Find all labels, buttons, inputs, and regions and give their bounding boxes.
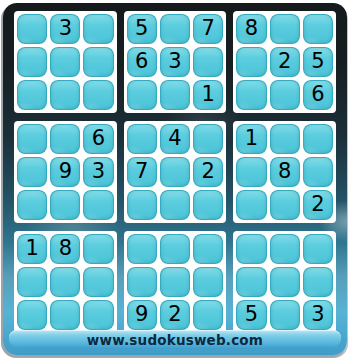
given-digit: 1 — [25, 238, 38, 259]
given-digit: 2 — [168, 304, 181, 325]
box-r2c1: 693 — [14, 121, 117, 223]
given-digit: 3 — [92, 161, 105, 182]
cell-r1c1[interactable] — [17, 14, 47, 44]
cell-r4c7[interactable]: 1 — [236, 124, 266, 154]
cell-r3c6[interactable]: 1 — [193, 80, 223, 110]
cell-r4c1[interactable] — [17, 124, 47, 154]
box-r1c2: 57631 — [124, 11, 227, 113]
cell-r6c1[interactable] — [17, 190, 47, 220]
given-digit: 5 — [311, 51, 324, 72]
cell-r8c3[interactable] — [83, 267, 113, 297]
cell-r1c6[interactable]: 7 — [193, 14, 223, 44]
cell-r2c8[interactable]: 2 — [270, 47, 300, 77]
given-digit: 9 — [135, 304, 148, 325]
box-r3c3: 53 — [233, 231, 336, 333]
cell-r6c5[interactable] — [160, 190, 190, 220]
cell-r2c1[interactable] — [17, 47, 47, 77]
given-digit: 2 — [278, 51, 291, 72]
cell-r9c8[interactable] — [270, 300, 300, 330]
cell-r6c6[interactable] — [193, 190, 223, 220]
given-digit: 3 — [168, 51, 181, 72]
cell-r9c6[interactable] — [193, 300, 223, 330]
cell-r9c7[interactable]: 5 — [236, 300, 266, 330]
cell-r2c4[interactable]: 6 — [127, 47, 157, 77]
cell-r1c2[interactable]: 3 — [50, 14, 80, 44]
cell-r2c7[interactable] — [236, 47, 266, 77]
cell-r8c1[interactable] — [17, 267, 47, 297]
given-digit: 7 — [202, 18, 215, 39]
box-r2c3: 182 — [233, 121, 336, 223]
cell-r5c2[interactable]: 9 — [50, 157, 80, 187]
cell-r5c9[interactable] — [303, 157, 333, 187]
given-digit: 1 — [245, 128, 258, 149]
cell-r9c3[interactable] — [83, 300, 113, 330]
cell-r5c3[interactable]: 3 — [83, 157, 113, 187]
cell-r4c6[interactable] — [193, 124, 223, 154]
given-digit: 7 — [135, 161, 148, 182]
cell-r3c2[interactable] — [50, 80, 80, 110]
box-r1c3: 8256 — [233, 11, 336, 113]
given-digit: 8 — [59, 238, 72, 259]
cell-r3c3[interactable] — [83, 80, 113, 110]
box-r1c1: 3 — [14, 11, 117, 113]
sudoku-board: 3576318256693472182189253 — [3, 3, 347, 333]
cell-r2c5[interactable]: 3 — [160, 47, 190, 77]
cell-r7c2[interactable]: 8 — [50, 234, 80, 264]
given-digit: 8 — [278, 161, 291, 182]
cell-r6c7[interactable] — [236, 190, 266, 220]
cell-r6c3[interactable] — [83, 190, 113, 220]
given-digit: 6 — [92, 128, 105, 149]
box-r2c2: 472 — [124, 121, 227, 223]
cell-r5c4[interactable]: 7 — [127, 157, 157, 187]
cell-r3c8[interactable] — [270, 80, 300, 110]
cell-r8c7[interactable] — [236, 267, 266, 297]
cell-r3c1[interactable] — [17, 80, 47, 110]
cell-r8c8[interactable] — [270, 267, 300, 297]
cell-r3c7[interactable] — [236, 80, 266, 110]
cell-r7c1[interactable]: 1 — [17, 234, 47, 264]
cell-r5c8[interactable]: 8 — [270, 157, 300, 187]
cell-r4c8[interactable] — [270, 124, 300, 154]
cell-r8c2[interactable] — [50, 267, 80, 297]
given-digit: 2 — [311, 194, 324, 215]
cell-r6c8[interactable] — [270, 190, 300, 220]
cell-r1c9[interactable] — [303, 14, 333, 44]
cell-r7c7[interactable] — [236, 234, 266, 264]
cell-r4c9[interactable] — [303, 124, 333, 154]
cell-r5c1[interactable] — [17, 157, 47, 187]
cell-r9c1[interactable] — [17, 300, 47, 330]
site-footer-link[interactable]: www.sudokusweb.com — [9, 330, 341, 349]
cell-r1c4[interactable]: 5 — [127, 14, 157, 44]
cell-r7c8[interactable] — [270, 234, 300, 264]
cell-r5c6[interactable]: 2 — [193, 157, 223, 187]
cell-r7c6[interactable] — [193, 234, 223, 264]
cell-r2c3[interactable] — [83, 47, 113, 77]
given-digit: 5 — [135, 18, 148, 39]
cell-r3c5[interactable] — [160, 80, 190, 110]
given-digit: 1 — [202, 84, 215, 105]
cell-r4c5[interactable]: 4 — [160, 124, 190, 154]
cell-r6c9[interactable]: 2 — [303, 190, 333, 220]
cell-r1c8[interactable] — [270, 14, 300, 44]
given-digit: 6 — [311, 84, 324, 105]
given-digit: 2 — [202, 161, 215, 182]
cell-r8c4[interactable] — [127, 267, 157, 297]
sudoku-widget: 3576318256693472182189253 www.sudokusweb… — [3, 3, 347, 355]
cell-r1c7[interactable]: 8 — [236, 14, 266, 44]
cell-r8c9[interactable] — [303, 267, 333, 297]
cell-r7c9[interactable] — [303, 234, 333, 264]
box-r3c2: 92 — [124, 231, 227, 333]
cell-r9c2[interactable] — [50, 300, 80, 330]
cell-r7c3[interactable] — [83, 234, 113, 264]
cell-r7c5[interactable] — [160, 234, 190, 264]
given-digit: 4 — [168, 128, 181, 149]
given-digit: 3 — [311, 304, 324, 325]
cell-r5c7[interactable] — [236, 157, 266, 187]
cell-r4c4[interactable] — [127, 124, 157, 154]
cell-r2c6[interactable] — [193, 47, 223, 77]
cell-r9c9[interactable]: 3 — [303, 300, 333, 330]
given-digit: 3 — [59, 18, 72, 39]
cell-r1c5[interactable] — [160, 14, 190, 44]
cell-r9c4[interactable]: 9 — [127, 300, 157, 330]
given-digit: 9 — [59, 161, 72, 182]
cell-r4c3[interactable]: 6 — [83, 124, 113, 154]
cell-r8c6[interactable] — [193, 267, 223, 297]
cell-r8c5[interactable] — [160, 267, 190, 297]
cell-r9c5[interactable]: 2 — [160, 300, 190, 330]
cell-r5c5[interactable] — [160, 157, 190, 187]
cell-r2c2[interactable] — [50, 47, 80, 77]
cell-r3c9[interactable]: 6 — [303, 80, 333, 110]
given-digit: 8 — [245, 18, 258, 39]
given-digit: 6 — [135, 51, 148, 72]
cell-r7c4[interactable] — [127, 234, 157, 264]
cell-r3c4[interactable] — [127, 80, 157, 110]
cell-r1c3[interactable] — [83, 14, 113, 44]
cell-r6c2[interactable] — [50, 190, 80, 220]
box-r3c1: 18 — [14, 231, 117, 333]
site-url-label[interactable]: www.sudokusweb.com — [87, 332, 263, 348]
cell-r4c2[interactable] — [50, 124, 80, 154]
cell-r6c4[interactable] — [127, 190, 157, 220]
cell-r2c9[interactable]: 5 — [303, 47, 333, 77]
given-digit: 5 — [245, 304, 258, 325]
